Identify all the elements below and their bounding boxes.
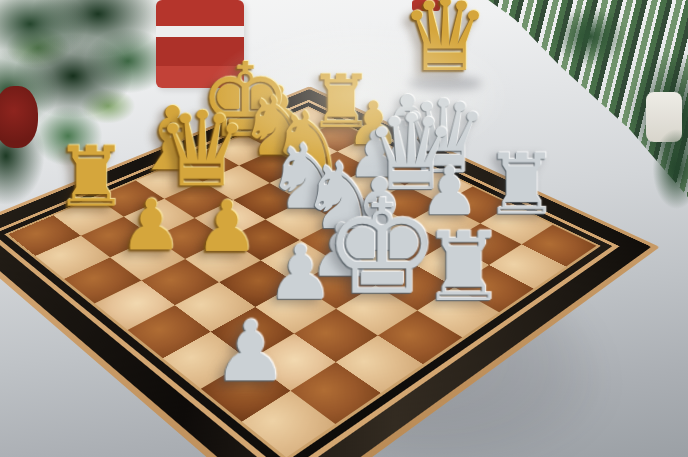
silver-rook[interactable]: ♜ — [386, 219, 542, 315]
right-foliage — [650, 128, 688, 210]
scene: ♜♝♚♟♛♞♜♟♞♟♟♞♟♝♞♛♛♟♟♝♟♟♚♜♜ ♛ — [0, 0, 688, 457]
silver-pawn[interactable]: ♟ — [164, 310, 336, 394]
gold-queen-captured-offboard[interactable]: ♛ — [400, 0, 490, 86]
